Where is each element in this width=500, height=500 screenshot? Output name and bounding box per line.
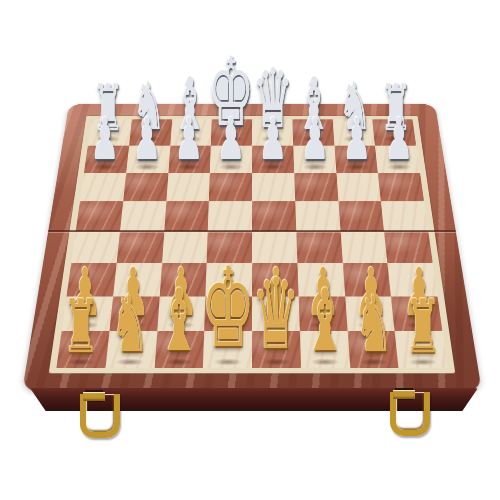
piece-silver-pawn[interactable]: ♟ [301,110,330,168]
square-g6[interactable] [336,173,381,202]
piece-gold-rook[interactable]: ♜ [63,289,99,363]
piece-gold-king[interactable]: ♚ [200,253,254,363]
piece-gold-bishop[interactable]: ♝ [157,277,199,363]
clasp-bar [83,392,105,401]
piece-gold-bishop[interactable]: ♝ [304,277,346,363]
piece-silver-pawn[interactable]: ♟ [133,110,162,168]
square-c6[interactable] [166,173,210,202]
clasp-right [390,388,418,432]
square-a5[interactable] [76,201,123,231]
piece-silver-pawn[interactable]: ♟ [343,110,372,168]
piece-silver-pawn[interactable]: ♟ [217,110,246,168]
piece-gold-knight[interactable]: ♞ [111,285,149,363]
square-h6[interactable] [378,173,424,202]
piece-gold-knight[interactable]: ♞ [355,285,393,363]
square-e5[interactable] [252,201,296,231]
piece-silver-pawn[interactable]: ♟ [175,110,204,168]
square-b6[interactable] [123,173,168,202]
square-d5[interactable] [208,201,252,231]
square-d6[interactable] [209,173,252,202]
square-e6[interactable] [252,173,295,202]
square-a6[interactable] [80,173,126,202]
clasp-bar [393,390,415,399]
chess-set-photo: ♜♞♝♚♛♝♞♜♟♟♟♟♟♟♟♟♟♟♟♟♟♟♟♟♜♞♝♚♛♝♞♜ [0,0,500,500]
clasp-left [80,390,108,434]
piece-gold-rook[interactable]: ♜ [405,289,441,363]
piece-silver-pawn[interactable]: ♟ [259,110,288,168]
piece-silver-pawn[interactable]: ♟ [385,110,414,168]
piece-gold-queen[interactable]: ♛ [252,265,300,363]
square-f6[interactable] [294,173,338,202]
square-g5[interactable] [338,201,384,231]
square-h5[interactable] [381,201,428,231]
square-f5[interactable] [295,201,340,231]
square-b5[interactable] [120,201,166,231]
square-c5[interactable] [164,201,209,231]
piece-silver-pawn[interactable]: ♟ [91,110,120,168]
